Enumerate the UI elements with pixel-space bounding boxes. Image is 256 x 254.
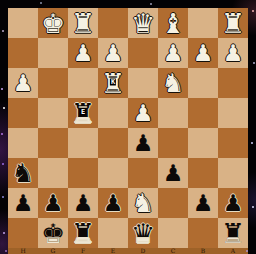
black-pawn-d5[interactable]: ♟ (128, 128, 158, 158)
square-e3[interactable]: ♜K (98, 68, 128, 98)
square-e1[interactable] (98, 8, 128, 38)
square-f4[interactable]: ♜♜E (68, 98, 98, 128)
black-pawn-e7[interactable]: ♟ (98, 188, 128, 218)
file-label-c: C (158, 248, 188, 254)
black-pawn-b7[interactable]: ♟ (188, 188, 218, 218)
piece-glyph: ♜ (218, 8, 248, 38)
square-d3[interactable] (128, 68, 158, 98)
square-h6[interactable]: ♞ (8, 158, 38, 188)
file-label-f: F (68, 248, 98, 254)
square-f2[interactable]: ♟ (68, 38, 98, 68)
square-h2[interactable] (8, 38, 38, 68)
star-speck (1, 133, 3, 135)
square-a1[interactable]: ♜ (218, 8, 248, 38)
square-a5[interactable] (218, 128, 248, 158)
white-pawn-d4[interactable]: ♟ (128, 98, 158, 128)
white-pawn-b2[interactable]: ♟ (188, 38, 218, 68)
piece-mark-label: E (80, 109, 86, 116)
square-d4[interactable]: ♟ (128, 98, 158, 128)
star-speck (2, 163, 4, 165)
black-pawn-a7[interactable]: ♟ (218, 188, 248, 218)
piece-glyph: ♟ (68, 38, 98, 68)
black-knight-h6[interactable]: ♞ (8, 158, 38, 188)
square-h5[interactable] (8, 128, 38, 158)
square-g8[interactable]: ♚♚ (38, 218, 68, 248)
square-d5[interactable]: ♟ (128, 128, 158, 158)
square-d1[interactable]: ♛ (128, 8, 158, 38)
square-c1[interactable]: ♝ (158, 8, 188, 38)
white-bishop-c1[interactable]: ♝ (158, 8, 188, 38)
black-pawn-f7[interactable]: ♟ (68, 188, 98, 218)
black-pawn-h7[interactable]: ♟ (8, 188, 38, 218)
black-rook-a8[interactable]: ♜♜ (218, 218, 248, 248)
square-g2[interactable] (38, 38, 68, 68)
square-e7[interactable]: ♟ (98, 188, 128, 218)
square-d2[interactable] (128, 38, 158, 68)
white-rook-a1[interactable]: ♜ (218, 8, 248, 38)
square-h1[interactable] (8, 8, 38, 38)
square-b4[interactable] (188, 98, 218, 128)
square-b7[interactable]: ♟ (188, 188, 218, 218)
piece-glyph: ♟ (98, 188, 128, 218)
square-c5[interactable] (158, 128, 188, 158)
square-g4[interactable] (38, 98, 68, 128)
white-pawn-a2[interactable]: ♟ (218, 38, 248, 68)
square-a4[interactable] (218, 98, 248, 128)
chess-app-screen: ♚♜♛♝♜♟♟♟♟♟♟♜K♞♜♜E♟♟♞♟♟♟♟♟♞♟♟♚♚♜♜♛♛♜♜ HGF… (0, 0, 256, 254)
file-label-d: D (128, 248, 158, 254)
piece-glyph: ♟ (188, 38, 218, 68)
square-f6[interactable] (68, 158, 98, 188)
square-e6[interactable] (98, 158, 128, 188)
black-pawn-c6[interactable]: ♟ (158, 158, 188, 188)
piece-glyph: ♛ (128, 8, 158, 38)
square-h3[interactable]: ♟ (8, 68, 38, 98)
square-f1[interactable]: ♜ (68, 8, 98, 38)
square-b8[interactable] (188, 218, 218, 248)
white-rook-f1[interactable]: ♜ (68, 8, 98, 38)
star-speck (1, 88, 3, 90)
square-d7[interactable]: ♞ (128, 188, 158, 218)
piece-glyph: ♟ (218, 38, 248, 68)
black-rook-f8[interactable]: ♜♜ (68, 218, 98, 248)
star-speck (253, 62, 255, 64)
white-queen-d1[interactable]: ♛ (128, 8, 158, 38)
file-label-h: H (8, 248, 38, 254)
file-labels: HGFEDCBA (8, 248, 248, 254)
piece-glyph: ♞ (158, 68, 188, 98)
square-h7[interactable]: ♟ (8, 188, 38, 218)
star-speck (2, 30, 4, 32)
square-d8[interactable]: ♛♛ (128, 218, 158, 248)
square-e2[interactable]: ♟ (98, 38, 128, 68)
square-c3[interactable]: ♞ (158, 68, 188, 98)
white-pawn-f2[interactable]: ♟ (68, 38, 98, 68)
star-speck (40, 2, 42, 4)
square-h8[interactable] (8, 218, 38, 248)
white-pawn-e2[interactable]: ♟ (98, 38, 128, 68)
square-c7[interactable] (158, 188, 188, 218)
square-f5[interactable] (68, 128, 98, 158)
piece-glyph: ♟ (38, 188, 68, 218)
square-b1[interactable] (188, 8, 218, 38)
square-b5[interactable] (188, 128, 218, 158)
piece-glyph: ♜ (68, 8, 98, 38)
square-c4[interactable] (158, 98, 188, 128)
white-pawn-h3[interactable]: ♟ (8, 68, 38, 98)
star-speck (252, 206, 254, 208)
square-a6[interactable] (218, 158, 248, 188)
piece-glyph: ♝ (158, 8, 188, 38)
piece-glyph: ♟ (158, 38, 188, 68)
square-g6[interactable] (38, 158, 68, 188)
file-label-b: B (188, 248, 218, 254)
white-knight-d7[interactable]: ♞ (128, 188, 158, 218)
square-f8[interactable]: ♜♜ (68, 218, 98, 248)
piece-glyph: ♟ (218, 188, 248, 218)
square-a7[interactable]: ♟ (218, 188, 248, 218)
piece-glyph: ♟ (158, 158, 188, 188)
square-f3[interactable] (68, 68, 98, 98)
square-b2[interactable]: ♟ (188, 38, 218, 68)
piece-glyph: ♟ (8, 188, 38, 218)
square-h4[interactable] (8, 98, 38, 128)
white-knight-c3[interactable]: ♞ (158, 68, 188, 98)
star-speck (251, 142, 253, 144)
square-g1[interactable]: ♚ (38, 8, 68, 38)
black-queen-d8[interactable]: ♛♛ (128, 218, 158, 248)
square-a3[interactable] (218, 68, 248, 98)
piece-glyph: ♟ (98, 38, 128, 68)
piece-glyph: ♞ (8, 158, 38, 188)
black-rook-f4[interactable]: ♜♜E (68, 98, 98, 128)
star-speck (3, 107, 5, 109)
square-g5[interactable] (38, 128, 68, 158)
piece-glyph: ♟ (128, 128, 158, 158)
square-c8[interactable] (158, 218, 188, 248)
chess-board: ♚♜♛♝♜♟♟♟♟♟♟♜K♞♜♜E♟♟♞♟♟♟♟♟♞♟♟♚♚♜♜♛♛♜♜ (8, 8, 248, 248)
square-g7[interactable]: ♟ (38, 188, 68, 218)
file-label-g: G (38, 248, 68, 254)
square-b3[interactable] (188, 68, 218, 98)
star-speck (5, 250, 7, 252)
square-f7[interactable]: ♟ (68, 188, 98, 218)
white-king-g1[interactable]: ♚ (38, 8, 68, 38)
star-speck (246, 250, 248, 252)
square-a8[interactable]: ♜♜ (218, 218, 248, 248)
square-e4[interactable] (98, 98, 128, 128)
file-label-e: E (98, 248, 128, 254)
piece-glyph: ♞ (128, 188, 158, 218)
square-e5[interactable] (98, 128, 128, 158)
piece-glyph: ♟ (188, 188, 218, 218)
square-g3[interactable] (38, 68, 68, 98)
piece-glyph: ♟ (128, 98, 158, 128)
square-c2[interactable]: ♟ (158, 38, 188, 68)
piece-mark-label: K (110, 79, 116, 86)
black-king-g8[interactable]: ♚♚ (38, 218, 68, 248)
square-c6[interactable]: ♟ (158, 158, 188, 188)
piece-glyph: ♚ (38, 8, 68, 38)
white-pawn-c2[interactable]: ♟ (158, 38, 188, 68)
piece-glyph: ♟ (68, 188, 98, 218)
square-b6[interactable] (188, 158, 218, 188)
square-e8[interactable] (98, 218, 128, 248)
square-a2[interactable]: ♟ (218, 38, 248, 68)
star-speck (3, 232, 5, 234)
white-rook-e3[interactable]: ♜K (98, 68, 128, 98)
piece-glyph: ♟ (8, 68, 38, 98)
black-pawn-g7[interactable]: ♟ (38, 188, 68, 218)
star-speck (150, 3, 152, 5)
file-label-a: A (218, 248, 248, 254)
square-d6[interactable] (128, 158, 158, 188)
star-speck (2, 196, 4, 198)
star-speck (252, 10, 254, 12)
